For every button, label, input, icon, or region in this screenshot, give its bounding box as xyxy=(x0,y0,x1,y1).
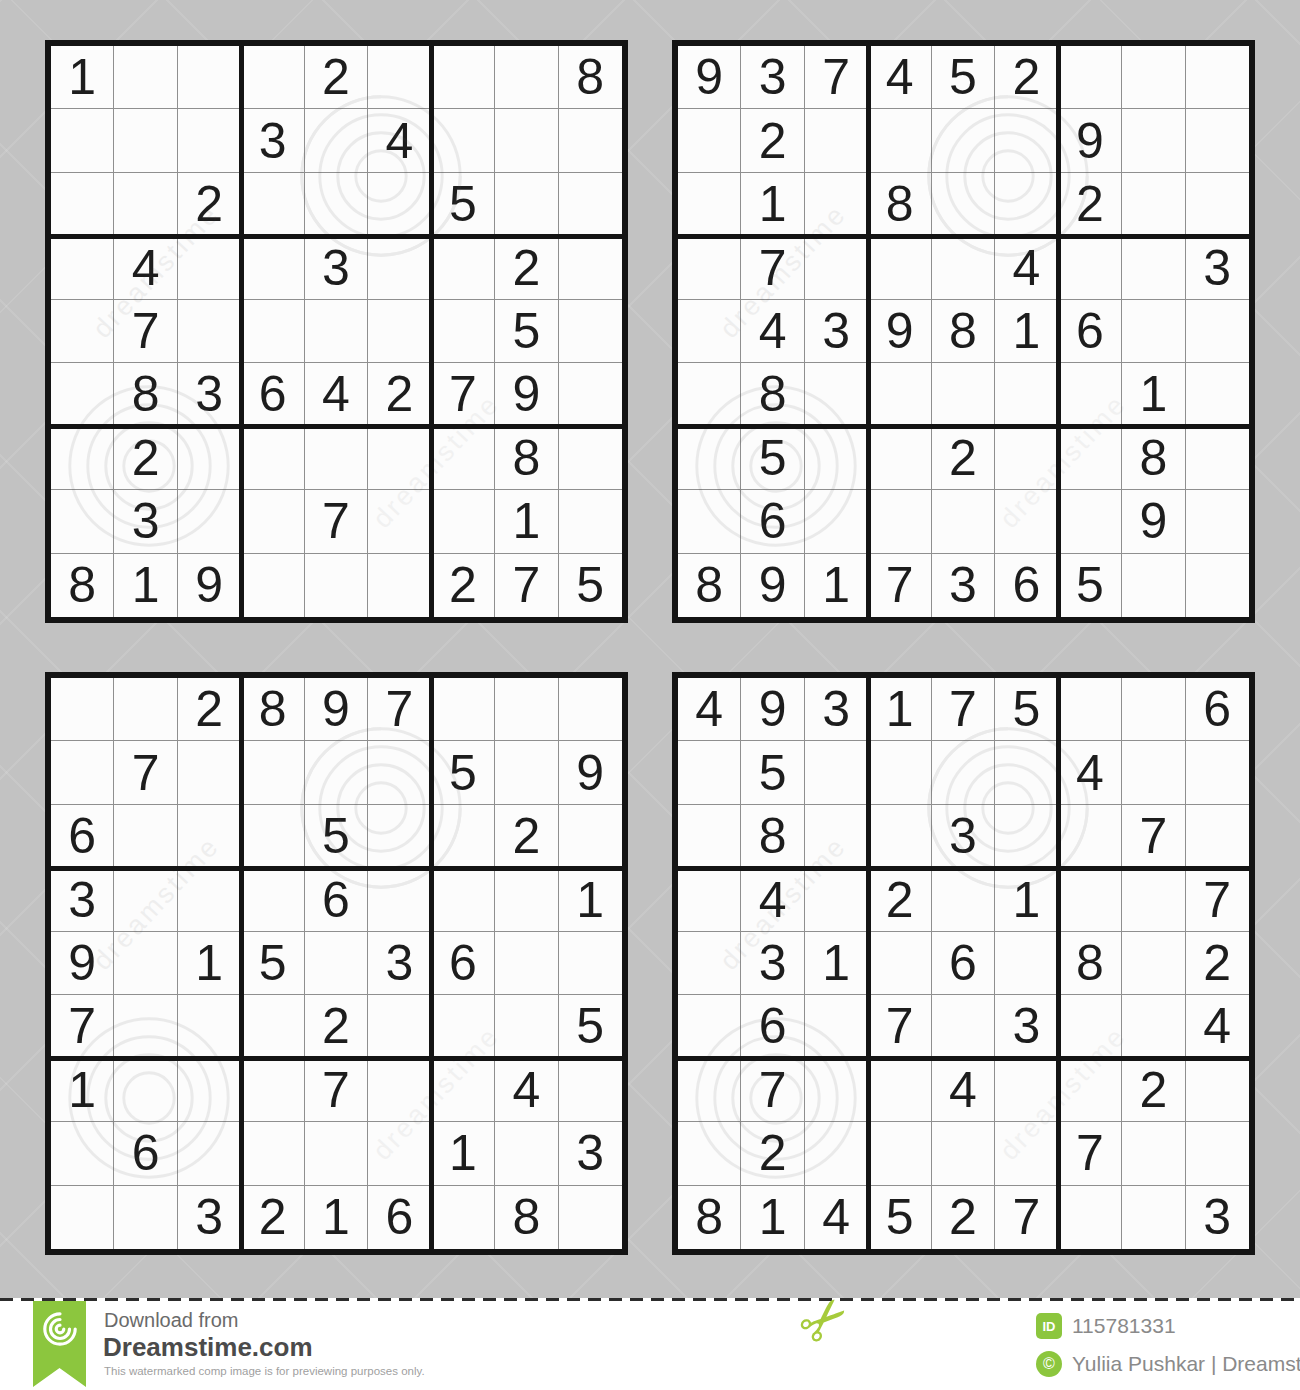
sudoku-cell-r6c9 xyxy=(1186,363,1249,426)
sudoku-cell-r2c3 xyxy=(178,741,241,804)
sudoku-cell-r3c7: 2 xyxy=(1059,173,1122,236)
sudoku-cell-r7c9 xyxy=(559,1059,622,1122)
box-divider-vertical xyxy=(239,678,244,1249)
sudoku-cell-r5c2 xyxy=(114,932,177,995)
sudoku-cell-r4c7 xyxy=(432,868,495,931)
copyright-badge: © xyxy=(1036,1351,1062,1377)
box-divider-horizontal xyxy=(678,1056,1249,1061)
sudoku-cell-r3c7 xyxy=(1059,805,1122,868)
sudoku-cell-r6c8 xyxy=(1122,995,1185,1058)
sudoku-cell-r1c2: 3 xyxy=(741,46,804,109)
sudoku-cell-r7c9 xyxy=(1186,427,1249,490)
sudoku-cell-r4c1 xyxy=(678,868,741,931)
sudoku-cell-r2c1 xyxy=(51,109,114,172)
sudoku-cell-r5c1: 9 xyxy=(51,932,114,995)
copyright-text: Yuliia Pushkar | Dreamstime.com xyxy=(1072,1352,1300,1376)
sudoku-cell-r7c4 xyxy=(241,1059,304,1122)
sudoku-cell-r6c3 xyxy=(805,995,868,1058)
sudoku-cell-r9c5: 1 xyxy=(305,1186,368,1249)
sudoku-grid-top-left: 128342543275836427928371819275 xyxy=(45,40,628,623)
sudoku-cell-r4c2: 7 xyxy=(741,236,804,299)
sudoku-cell-r4c8 xyxy=(495,868,558,931)
sudoku-cell-r1c2 xyxy=(114,678,177,741)
sudoku-cell-r3c2: 8 xyxy=(741,805,804,868)
sudoku-cell-r1c6 xyxy=(368,46,431,109)
sudoku-cell-r3c3 xyxy=(805,805,868,868)
sudoku-cell-r4c4 xyxy=(868,236,931,299)
sudoku-cell-r2c5 xyxy=(305,109,368,172)
sudoku-cell-r2c8 xyxy=(495,741,558,804)
sudoku-cell-r2c9: 9 xyxy=(559,741,622,804)
sudoku-cell-r9c7 xyxy=(432,1186,495,1249)
sudoku-cell-r4c3 xyxy=(178,868,241,931)
sudoku-cell-r9c8 xyxy=(1122,1186,1185,1249)
watermark-disclaimer: This watermarked comp image is for previ… xyxy=(104,1365,425,1377)
sudoku-cell-r7c8: 4 xyxy=(495,1059,558,1122)
sudoku-cell-r1c3: 7 xyxy=(805,46,868,109)
sudoku-cell-r4c9 xyxy=(559,236,622,299)
sudoku-cell-r9c4 xyxy=(241,554,304,617)
sudoku-cell-r5c2: 3 xyxy=(741,932,804,995)
box-divider-vertical xyxy=(866,46,871,617)
sudoku-cell-r9c2 xyxy=(114,1186,177,1249)
sudoku-cell-r4c3 xyxy=(805,236,868,299)
sudoku-cell-r1c4: 4 xyxy=(868,46,931,109)
download-from-label: Download from xyxy=(104,1309,239,1332)
sudoku-cell-r8c6 xyxy=(368,1122,431,1185)
sudoku-cell-r1c1: 4 xyxy=(678,678,741,741)
sudoku-cell-r7c2: 7 xyxy=(741,1059,804,1122)
sudoku-cell-r2c2 xyxy=(114,109,177,172)
sudoku-cell-r6c9: 4 xyxy=(1186,995,1249,1058)
sudoku-cell-r4c7 xyxy=(432,236,495,299)
sudoku-cell-r3c4 xyxy=(241,173,304,236)
sudoku-cell-r9c4: 7 xyxy=(868,554,931,617)
sudoku-board-top-left: 128342543275836427928371819275 dreamstim… xyxy=(45,40,628,623)
box-divider-horizontal xyxy=(51,424,622,429)
sudoku-cell-r9c3: 1 xyxy=(805,554,868,617)
sudoku-cell-r2c3 xyxy=(805,741,868,804)
image-id-row: ID 115781331 xyxy=(1036,1313,1176,1339)
sudoku-cell-r5c9 xyxy=(559,932,622,995)
sudoku-cell-r3c8 xyxy=(1122,173,1185,236)
sudoku-cell-r6c2: 6 xyxy=(741,995,804,1058)
sudoku-cell-r8c1 xyxy=(678,490,741,553)
box-divider-horizontal xyxy=(678,866,1249,871)
sudoku-cell-r7c4 xyxy=(241,427,304,490)
sudoku-board-top-right: 9374522918274343981681528698917365 dream… xyxy=(672,40,1255,623)
sudoku-cell-r8c6 xyxy=(995,1122,1058,1185)
sudoku-cell-r6c2 xyxy=(114,995,177,1058)
sudoku-cell-r1c5: 9 xyxy=(305,678,368,741)
sudoku-cell-r4c1 xyxy=(678,236,741,299)
sudoku-cell-r4c5: 6 xyxy=(305,868,368,931)
sudoku-cell-r4c3 xyxy=(805,868,868,931)
sudoku-cell-r3c3 xyxy=(805,173,868,236)
sudoku-cell-r7c3 xyxy=(805,1059,868,1122)
sudoku-cell-r9c7: 5 xyxy=(1059,554,1122,617)
sudoku-cell-r8c3 xyxy=(805,1122,868,1185)
sudoku-cell-r5c3: 3 xyxy=(805,300,868,363)
sudoku-cell-r5c7: 8 xyxy=(1059,932,1122,995)
sudoku-cell-r7c1 xyxy=(678,427,741,490)
sudoku-cell-r1c8 xyxy=(495,46,558,109)
sudoku-cell-r7c8: 2 xyxy=(1122,1059,1185,1122)
sudoku-cell-r3c2 xyxy=(114,173,177,236)
sudoku-cell-r1c3: 2 xyxy=(178,678,241,741)
sudoku-cell-r4c2 xyxy=(114,868,177,931)
sudoku-cell-r4c2: 4 xyxy=(114,236,177,299)
sudoku-cell-r2c7: 4 xyxy=(1059,741,1122,804)
sudoku-cell-r8c9 xyxy=(1186,1122,1249,1185)
sudoku-cell-r7c6 xyxy=(995,427,1058,490)
sudoku-cell-r7c9 xyxy=(559,427,622,490)
sudoku-cell-r8c5 xyxy=(932,490,995,553)
sudoku-cell-r5c4: 5 xyxy=(241,932,304,995)
sudoku-cell-r1c9 xyxy=(559,678,622,741)
sudoku-cell-r3c5: 3 xyxy=(932,805,995,868)
sudoku-cell-r5c9 xyxy=(1186,300,1249,363)
sudoku-cell-r8c9 xyxy=(559,490,622,553)
sudoku-cell-r7c6 xyxy=(368,427,431,490)
sudoku-cell-r3c9 xyxy=(559,805,622,868)
sudoku-cell-r7c3 xyxy=(178,427,241,490)
sudoku-cell-r3c6 xyxy=(368,173,431,236)
sudoku-cell-r5c9: 2 xyxy=(1186,932,1249,995)
sudoku-cell-r8c7 xyxy=(432,490,495,553)
sudoku-cell-r5c6 xyxy=(995,932,1058,995)
sudoku-cell-r2c6 xyxy=(995,741,1058,804)
sudoku-cell-r2c7: 9 xyxy=(1059,109,1122,172)
sudoku-cell-r7c2 xyxy=(114,1059,177,1122)
sudoku-cell-r9c7 xyxy=(1059,1186,1122,1249)
box-divider-horizontal xyxy=(678,234,1249,239)
sudoku-cell-r6c5 xyxy=(932,995,995,1058)
sudoku-cell-r1c5: 5 xyxy=(932,46,995,109)
sudoku-cell-r3c2 xyxy=(114,805,177,868)
sudoku-cell-r6c3 xyxy=(805,363,868,426)
sudoku-cell-r5c8 xyxy=(1122,932,1185,995)
sudoku-cell-r8c3 xyxy=(178,490,241,553)
sudoku-cell-r3c8: 2 xyxy=(495,805,558,868)
sudoku-cell-r5c6: 1 xyxy=(995,300,1058,363)
box-divider-vertical xyxy=(866,678,871,1249)
sudoku-cell-r3c9 xyxy=(559,173,622,236)
sudoku-cell-r7c2: 2 xyxy=(114,427,177,490)
sudoku-cell-r1c7 xyxy=(432,678,495,741)
sudoku-cell-r5c4: 9 xyxy=(868,300,931,363)
sudoku-cell-r8c5: 7 xyxy=(305,490,368,553)
sudoku-cell-r8c2: 2 xyxy=(741,1122,804,1185)
box-divider-vertical xyxy=(1056,46,1061,617)
sudoku-cell-r9c3: 9 xyxy=(178,554,241,617)
sudoku-cell-r6c4 xyxy=(868,363,931,426)
sudoku-cell-r6c1: 7 xyxy=(51,995,114,1058)
sudoku-cell-r4c4 xyxy=(241,236,304,299)
sudoku-cell-r9c3: 4 xyxy=(805,1186,868,1249)
sudoku-cell-r8c2: 6 xyxy=(114,1122,177,1185)
sudoku-cell-r7c4 xyxy=(868,1059,931,1122)
sudoku-cell-r5c2: 4 xyxy=(741,300,804,363)
sudoku-cell-r9c8: 8 xyxy=(495,1186,558,1249)
sudoku-cell-r4c9: 3 xyxy=(1186,236,1249,299)
sudoku-cell-r6c7: 7 xyxy=(432,363,495,426)
sudoku-cell-r8c6 xyxy=(995,490,1058,553)
sudoku-cell-r7c3 xyxy=(805,427,868,490)
box-divider-horizontal xyxy=(678,424,1249,429)
box-divider-vertical xyxy=(239,46,244,617)
sudoku-cell-r1c4 xyxy=(241,46,304,109)
sudoku-cell-r8c8: 1 xyxy=(495,490,558,553)
sudoku-cell-r4c6: 4 xyxy=(995,236,1058,299)
sudoku-cell-r2c7: 5 xyxy=(432,741,495,804)
sudoku-cell-r2c1 xyxy=(51,741,114,804)
sudoku-cell-r1c8 xyxy=(1122,46,1185,109)
sudoku-cell-r1c7 xyxy=(432,46,495,109)
sudoku-cell-r2c6 xyxy=(368,741,431,804)
sudoku-cell-r6c8 xyxy=(495,995,558,1058)
sudoku-cell-r5c4 xyxy=(868,932,931,995)
sudoku-cell-r2c4: 3 xyxy=(241,109,304,172)
sudoku-cell-r4c7 xyxy=(1059,236,1122,299)
sudoku-cell-r9c5: 2 xyxy=(932,1186,995,1249)
sudoku-cell-r1c8 xyxy=(495,678,558,741)
sudoku-cell-r6c1 xyxy=(678,363,741,426)
sudoku-cell-r1c7 xyxy=(1059,678,1122,741)
sudoku-cell-r6c6 xyxy=(995,363,1058,426)
sudoku-cell-r2c8 xyxy=(1122,741,1185,804)
sudoku-cell-r9c1: 8 xyxy=(51,554,114,617)
sudoku-cell-r2c6 xyxy=(995,109,1058,172)
sudoku-cell-r5c7 xyxy=(432,300,495,363)
sudoku-cell-r3c1: 6 xyxy=(51,805,114,868)
box-divider-horizontal xyxy=(51,866,622,871)
sudoku-cell-r6c9: 5 xyxy=(559,995,622,1058)
sudoku-cell-r9c7: 2 xyxy=(432,554,495,617)
sudoku-cell-r3c3: 2 xyxy=(178,173,241,236)
sudoku-cell-r1c5: 7 xyxy=(932,678,995,741)
sudoku-cell-r8c2: 6 xyxy=(741,490,804,553)
sudoku-cell-r7c7 xyxy=(1059,1059,1122,1122)
sudoku-cell-r5c3: 1 xyxy=(178,932,241,995)
sudoku-grid-bottom-right: 4931756548374217316826734742278145273 xyxy=(672,672,1255,1255)
sudoku-cell-r3c5: 5 xyxy=(305,805,368,868)
sudoku-cell-r9c3: 3 xyxy=(178,1186,241,1249)
sudoku-cell-r5c1 xyxy=(678,300,741,363)
sudoku-cell-r7c5: 7 xyxy=(305,1059,368,1122)
sudoku-cell-r7c5: 4 xyxy=(932,1059,995,1122)
sudoku-cell-r8c1 xyxy=(678,1122,741,1185)
sudoku-cell-r7c1 xyxy=(51,427,114,490)
sudoku-cell-r2c2: 5 xyxy=(741,741,804,804)
sudoku-cell-r7c6 xyxy=(368,1059,431,1122)
sudoku-cell-r6c2: 8 xyxy=(114,363,177,426)
sudoku-cell-r3c7 xyxy=(432,805,495,868)
sudoku-cell-r2c9 xyxy=(1186,109,1249,172)
sudoku-cell-r5c8: 5 xyxy=(495,300,558,363)
box-divider-vertical xyxy=(429,46,434,617)
sudoku-cell-r1c8 xyxy=(1122,678,1185,741)
sudoku-cell-r5c3 xyxy=(178,300,241,363)
box-divider-horizontal xyxy=(51,234,622,239)
sudoku-cell-r4c6 xyxy=(368,868,431,931)
sudoku-cell-r2c7 xyxy=(432,109,495,172)
sudoku-cell-r2c8 xyxy=(495,109,558,172)
scissors-icon: ✂ xyxy=(783,1278,865,1361)
sudoku-cell-r2c4 xyxy=(868,741,931,804)
sudoku-cell-r1c1: 9 xyxy=(678,46,741,109)
sudoku-cell-r3c6 xyxy=(368,805,431,868)
sudoku-cell-r2c6: 4 xyxy=(368,109,431,172)
sudoku-cell-r1c9: 8 xyxy=(559,46,622,109)
sudoku-cell-r2c1 xyxy=(678,109,741,172)
sudoku-cell-r4c5 xyxy=(932,868,995,931)
sudoku-cell-r9c1: 8 xyxy=(678,554,741,617)
sudoku-cell-r4c9: 1 xyxy=(559,868,622,931)
sudoku-cell-r7c5: 2 xyxy=(932,427,995,490)
sudoku-cell-r2c1 xyxy=(678,741,741,804)
sudoku-cell-r9c8 xyxy=(1122,554,1185,617)
sudoku-cell-r3c2: 1 xyxy=(741,173,804,236)
sudoku-cell-r9c6: 7 xyxy=(995,1186,1058,1249)
sudoku-cell-r3c6 xyxy=(995,173,1058,236)
sudoku-cell-r6c4 xyxy=(241,995,304,1058)
sudoku-cell-r5c7: 6 xyxy=(432,932,495,995)
sudoku-cell-r5c5 xyxy=(305,932,368,995)
sudoku-cell-r5c9 xyxy=(559,300,622,363)
sudoku-cell-r3c8 xyxy=(495,173,558,236)
sudoku-board-bottom-left: 28977596523619153672517461332168 dreamst… xyxy=(45,672,628,1255)
sudoku-cell-r6c2: 8 xyxy=(741,363,804,426)
sudoku-cell-r3c9 xyxy=(1186,805,1249,868)
sudoku-cell-r1c3: 3 xyxy=(805,678,868,741)
sudoku-cell-r6c7 xyxy=(432,995,495,1058)
sudoku-cell-r2c5 xyxy=(932,741,995,804)
sudoku-cell-r8c8 xyxy=(1122,1122,1185,1185)
sudoku-cell-r9c6: 6 xyxy=(995,554,1058,617)
sudoku-cell-r7c4 xyxy=(868,427,931,490)
sudoku-cell-r4c4: 2 xyxy=(868,868,931,931)
sudoku-cell-r9c4: 2 xyxy=(241,1186,304,1249)
sudoku-cell-r2c5 xyxy=(305,741,368,804)
sudoku-cell-r8c4 xyxy=(868,490,931,553)
sudoku-cell-r8c9: 3 xyxy=(559,1122,622,1185)
sudoku-cell-r9c9: 5 xyxy=(559,554,622,617)
sudoku-cell-r9c5 xyxy=(305,554,368,617)
sudoku-cell-r8c7: 7 xyxy=(1059,1122,1122,1185)
sudoku-cell-r9c2: 9 xyxy=(741,554,804,617)
sudoku-cell-r9c6: 6 xyxy=(368,1186,431,1249)
sudoku-cell-r7c5 xyxy=(305,427,368,490)
sudoku-cell-r7c3 xyxy=(178,1059,241,1122)
sudoku-cell-r8c1 xyxy=(51,1122,114,1185)
sudoku-cell-r6c6: 2 xyxy=(368,363,431,426)
sudoku-cell-r5c1 xyxy=(678,932,741,995)
sudoku-cell-r4c8: 2 xyxy=(495,236,558,299)
sudoku-cell-r1c6: 2 xyxy=(995,46,1058,109)
sudoku-cell-r5c1 xyxy=(51,300,114,363)
sudoku-grid-bottom-left: 28977596523619153672517461332168 xyxy=(45,672,628,1255)
sudoku-cell-r3c5 xyxy=(932,173,995,236)
sudoku-board-bottom-right: 4931756548374217316826734742278145273 dr… xyxy=(672,672,1255,1255)
sudoku-cell-r4c4 xyxy=(241,868,304,931)
sudoku-cell-r5c3: 1 xyxy=(805,932,868,995)
sudoku-cell-r9c9 xyxy=(559,1186,622,1249)
sudoku-cell-r8c8 xyxy=(495,1122,558,1185)
sudoku-cell-r2c3 xyxy=(178,109,241,172)
sudoku-cell-r5c5 xyxy=(305,300,368,363)
sudoku-cell-r5c7: 6 xyxy=(1059,300,1122,363)
sudoku-cell-r8c9 xyxy=(1186,490,1249,553)
sudoku-cell-r9c1 xyxy=(51,1186,114,1249)
sudoku-cell-r6c7 xyxy=(1059,995,1122,1058)
sudoku-cell-r6c1 xyxy=(678,995,741,1058)
sudoku-cell-r8c2: 3 xyxy=(114,490,177,553)
sudoku-cell-r7c7 xyxy=(432,1059,495,1122)
sudoku-cell-r1c2: 9 xyxy=(741,678,804,741)
dreamstime-site-label[interactable]: Dreamstime.com xyxy=(103,1332,313,1363)
dreamstime-spiral-icon xyxy=(41,1310,79,1348)
sudoku-cell-r7c7 xyxy=(1059,427,1122,490)
sudoku-cell-r6c5: 4 xyxy=(305,363,368,426)
sudoku-cell-r9c9: 3 xyxy=(1186,1186,1249,1249)
sudoku-cell-r8c7 xyxy=(1059,490,1122,553)
sudoku-cell-r8c4 xyxy=(241,490,304,553)
sudoku-cell-r9c6 xyxy=(368,554,431,617)
sudoku-cell-r1c3 xyxy=(178,46,241,109)
sudoku-cell-r4c6: 1 xyxy=(995,868,1058,931)
sudoku-cell-r5c8 xyxy=(495,932,558,995)
sudoku-cell-r8c5 xyxy=(305,1122,368,1185)
sudoku-cell-r7c9 xyxy=(1186,1059,1249,1122)
sudoku-cell-r6c6: 3 xyxy=(995,995,1058,1058)
sudoku-cell-r4c5 xyxy=(932,236,995,299)
sudoku-cell-r9c1: 8 xyxy=(678,1186,741,1249)
sudoku-cell-r9c4: 5 xyxy=(868,1186,931,1249)
sudoku-cell-r7c8: 8 xyxy=(495,427,558,490)
sudoku-cell-r2c3 xyxy=(805,109,868,172)
sudoku-cell-r7c1 xyxy=(678,1059,741,1122)
sudoku-cell-r7c2: 5 xyxy=(741,427,804,490)
sudoku-cell-r5c8 xyxy=(1122,300,1185,363)
sudoku-cell-r9c9 xyxy=(1186,554,1249,617)
sudoku-cell-r4c6 xyxy=(368,236,431,299)
sudoku-cell-r8c4 xyxy=(241,1122,304,1185)
sudoku-cell-r8c8: 9 xyxy=(1122,490,1185,553)
sudoku-cell-r1c9 xyxy=(1186,46,1249,109)
sudoku-cell-r2c4 xyxy=(868,109,931,172)
sudoku-cell-r4c2: 4 xyxy=(741,868,804,931)
sudoku-cell-r1c6: 5 xyxy=(995,678,1058,741)
sudoku-cell-r6c5 xyxy=(932,363,995,426)
sudoku-cell-r6c7 xyxy=(1059,363,1122,426)
dreamstime-logo-ribbon xyxy=(33,1301,86,1387)
box-divider-vertical xyxy=(1056,678,1061,1249)
sudoku-cell-r8c1 xyxy=(51,490,114,553)
sudoku-cell-r1c6: 7 xyxy=(368,678,431,741)
sudoku-cell-r3c1 xyxy=(678,805,741,868)
sudoku-cell-r3c1 xyxy=(51,173,114,236)
sudoku-cell-r8c6 xyxy=(368,490,431,553)
copyright-row: © Yuliia Pushkar | Dreamstime.com xyxy=(1036,1351,1300,1377)
sudoku-cell-r4c7 xyxy=(1059,868,1122,931)
sudoku-cell-r9c2: 1 xyxy=(114,554,177,617)
sudoku-cell-r5c6: 3 xyxy=(368,932,431,995)
sudoku-cell-r3c6 xyxy=(995,805,1058,868)
sudoku-cell-r1c5: 2 xyxy=(305,46,368,109)
sudoku-cell-r6c3 xyxy=(178,995,241,1058)
sudoku-cell-r7c8: 8 xyxy=(1122,427,1185,490)
